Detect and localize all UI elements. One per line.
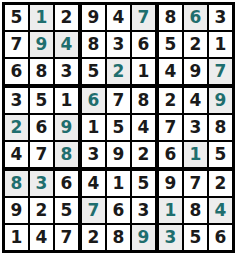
sudoku-cell-r9c7[interactable]: 3 xyxy=(159,225,182,250)
sudoku-cell-r7c7[interactable]: 9 xyxy=(159,171,182,196)
sudoku-cell-r5c1[interactable]: 2 xyxy=(5,115,28,140)
sudoku-cell-r8c9[interactable]: 4 xyxy=(209,198,232,223)
sudoku-cell-r6c6[interactable]: 2 xyxy=(132,142,155,167)
sudoku-cell-r3c3[interactable]: 3 xyxy=(55,59,78,84)
sudoku-cell-r1c2[interactable]: 1 xyxy=(30,5,53,30)
sudoku-cell-r2c3[interactable]: 4 xyxy=(55,32,78,57)
sudoku-cell-r7c3[interactable]: 6 xyxy=(55,171,78,196)
sudoku-cell-r2c8[interactable]: 2 xyxy=(184,32,207,57)
sudoku-cell-r9c6[interactable]: 9 xyxy=(132,225,155,250)
sudoku-cell-r4c8[interactable]: 4 xyxy=(184,88,207,113)
sudoku-cell-r5c3[interactable]: 9 xyxy=(55,115,78,140)
sudoku-cell-r2c9[interactable]: 1 xyxy=(209,32,232,57)
sudoku-cell-r9c1[interactable]: 1 xyxy=(5,225,28,250)
sudoku-cell-r6c2[interactable]: 7 xyxy=(30,142,53,167)
sudoku-row-2: 794836521 xyxy=(5,32,232,57)
sudoku-cell-r9c4[interactable]: 2 xyxy=(82,225,105,250)
sudoku-cell-r1c1[interactable]: 5 xyxy=(5,5,28,30)
sudoku-cell-r4c7[interactable]: 2 xyxy=(159,88,182,113)
sudoku-cell-r6c8[interactable]: 1 xyxy=(184,142,207,167)
sudoku-cell-r4c1[interactable]: 3 xyxy=(5,88,28,113)
sudoku-cell-r2c7[interactable]: 5 xyxy=(159,32,182,57)
sudoku-cell-r5c9[interactable]: 8 xyxy=(209,115,232,140)
sudoku-cell-r8c7[interactable]: 1 xyxy=(159,198,182,223)
sudoku-cell-r8c3[interactable]: 5 xyxy=(55,198,78,223)
sudoku-cell-r7c6[interactable]: 5 xyxy=(132,171,155,196)
sudoku-cell-r7c9[interactable]: 2 xyxy=(209,171,232,196)
sudoku-cell-r1c8[interactable]: 6 xyxy=(184,5,207,30)
sudoku-row-9: 147289356 xyxy=(5,225,232,250)
sudoku-cell-r7c4[interactable]: 4 xyxy=(82,171,105,196)
sudoku-cell-r2c4[interactable]: 8 xyxy=(82,32,105,57)
sudoku-cell-r7c1[interactable]: 8 xyxy=(5,171,28,196)
sudoku-cell-r6c5[interactable]: 9 xyxy=(107,142,130,167)
sudoku-cell-r2c6[interactable]: 6 xyxy=(132,32,155,57)
sudoku-cell-r2c1[interactable]: 7 xyxy=(5,32,28,57)
sudoku-cell-r3c5[interactable]: 2 xyxy=(107,59,130,84)
sudoku-cell-r5c4[interactable]: 1 xyxy=(82,115,105,140)
sudoku-cell-r4c6[interactable]: 8 xyxy=(132,88,155,113)
sudoku-cell-r1c4[interactable]: 9 xyxy=(82,5,105,30)
sudoku-cell-r8c5[interactable]: 6 xyxy=(107,198,130,223)
sudoku-cell-r5c2[interactable]: 6 xyxy=(30,115,53,140)
sudoku-row-6: 478392615 xyxy=(5,142,232,167)
sudoku-cell-r3c7[interactable]: 4 xyxy=(159,59,182,84)
sudoku-cell-r5c6[interactable]: 4 xyxy=(132,115,155,140)
sudoku-cell-r6c3[interactable]: 8 xyxy=(55,142,78,167)
sudoku-cell-r9c5[interactable]: 8 xyxy=(107,225,130,250)
sudoku-cell-r1c3[interactable]: 2 xyxy=(55,5,78,30)
sudoku-cell-r4c2[interactable]: 5 xyxy=(30,88,53,113)
sudoku-cell-r3c4[interactable]: 5 xyxy=(82,59,105,84)
sudoku-cell-r9c8[interactable]: 5 xyxy=(184,225,207,250)
sudoku-row-5: 269154738 xyxy=(5,115,232,140)
sudoku-cell-r6c7[interactable]: 6 xyxy=(159,142,182,167)
sudoku-cell-r8c2[interactable]: 2 xyxy=(30,198,53,223)
sudoku-cell-r4c4[interactable]: 6 xyxy=(82,88,105,113)
sudoku-cell-r6c4[interactable]: 3 xyxy=(82,142,105,167)
sudoku-cell-r3c8[interactable]: 9 xyxy=(184,59,207,84)
sudoku-row-4: 351678249 xyxy=(5,88,232,113)
sudoku-cell-r4c5[interactable]: 7 xyxy=(107,88,130,113)
sudoku-cell-r3c2[interactable]: 8 xyxy=(30,59,53,84)
sudoku-cell-r3c9[interactable]: 7 xyxy=(209,59,232,84)
sudoku-cell-r7c5[interactable]: 1 xyxy=(107,171,130,196)
sudoku-cell-r6c9[interactable]: 5 xyxy=(209,142,232,167)
sudoku-cell-r5c7[interactable]: 7 xyxy=(159,115,182,140)
sudoku-cell-r3c1[interactable]: 6 xyxy=(5,59,28,84)
sudoku-cell-r7c8[interactable]: 7 xyxy=(184,171,207,196)
sudoku-cell-r8c1[interactable]: 9 xyxy=(5,198,28,223)
sudoku-cell-r1c5[interactable]: 4 xyxy=(107,5,130,30)
sudoku-cell-r8c6[interactable]: 3 xyxy=(132,198,155,223)
sudoku-cell-r7c2[interactable]: 3 xyxy=(30,171,53,196)
sudoku-cell-r8c8[interactable]: 8 xyxy=(184,198,207,223)
sudoku-cell-r8c4[interactable]: 7 xyxy=(82,198,105,223)
sudoku-row-7: 836415972 xyxy=(5,171,232,196)
sudoku-row-1: 512947863 xyxy=(5,5,232,30)
sudoku-cell-r2c5[interactable]: 3 xyxy=(107,32,130,57)
sudoku-board: 5129478637948365216835214973516782492691… xyxy=(2,2,235,253)
sudoku-cell-r5c5[interactable]: 5 xyxy=(107,115,130,140)
sudoku-page: 5129478637948365216835214973516782492691… xyxy=(0,0,240,265)
sudoku-cell-r4c9[interactable]: 9 xyxy=(209,88,232,113)
sudoku-cell-r9c2[interactable]: 4 xyxy=(30,225,53,250)
sudoku-cell-r3c6[interactable]: 1 xyxy=(132,59,155,84)
sudoku-cell-r1c6[interactable]: 7 xyxy=(132,5,155,30)
sudoku-cell-r1c7[interactable]: 8 xyxy=(159,5,182,30)
sudoku-cell-r9c3[interactable]: 7 xyxy=(55,225,78,250)
sudoku-row-8: 925763184 xyxy=(5,198,232,223)
sudoku-cell-r5c8[interactable]: 3 xyxy=(184,115,207,140)
sudoku-cell-r4c3[interactable]: 1 xyxy=(55,88,78,113)
sudoku-cell-r6c1[interactable]: 4 xyxy=(5,142,28,167)
sudoku-row-3: 683521497 xyxy=(5,59,232,84)
sudoku-cell-r1c9[interactable]: 3 xyxy=(209,5,232,30)
sudoku-cell-r9c9[interactable]: 6 xyxy=(209,225,232,250)
sudoku-cell-r2c2[interactable]: 9 xyxy=(30,32,53,57)
